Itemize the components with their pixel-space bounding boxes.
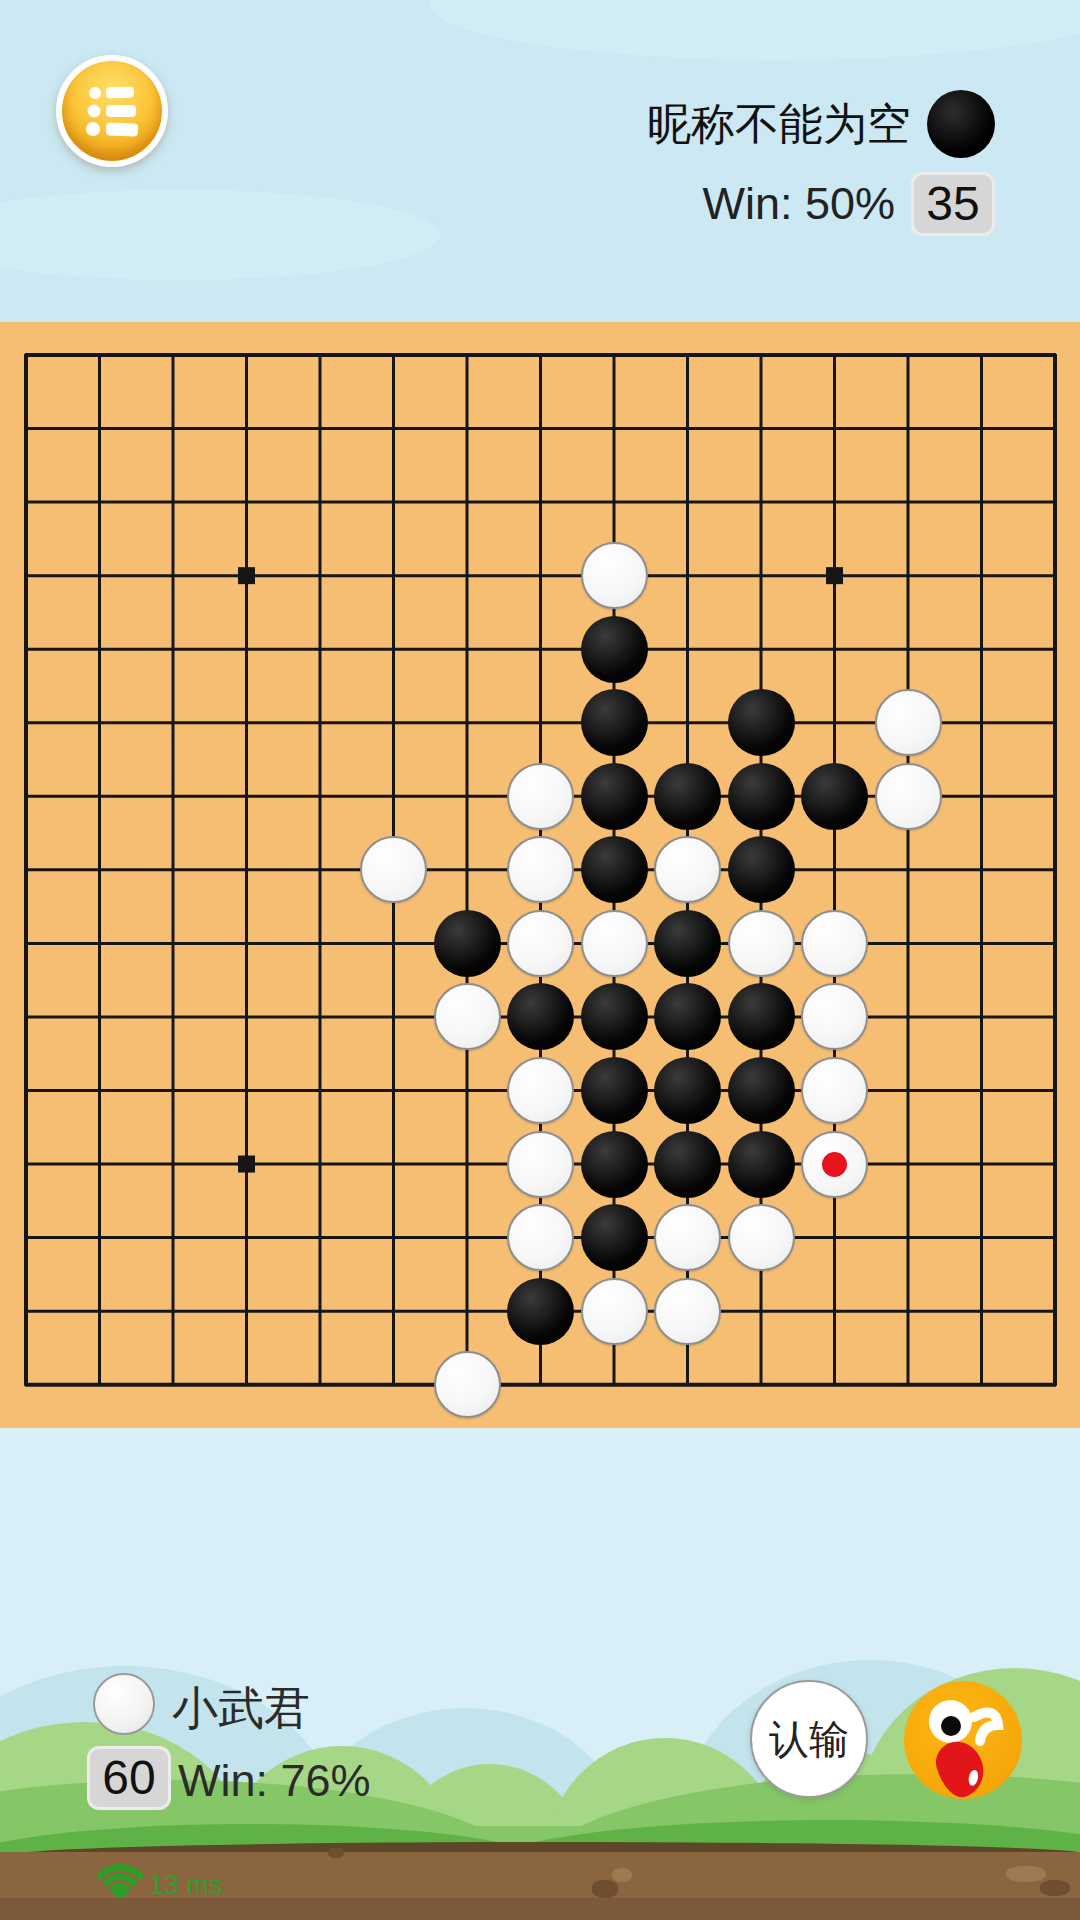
white-stone-c11-r8 xyxy=(801,910,868,977)
white-stone-c5-r7 xyxy=(360,836,427,903)
pebble xyxy=(1040,1880,1070,1896)
black-player-panel: 昵称不能为空 Win: 50% 35 xyxy=(647,90,995,236)
menu-button[interactable] xyxy=(56,55,168,167)
white-stone-c10-r8 xyxy=(728,910,795,977)
gomoku-board[interactable] xyxy=(0,322,1080,1428)
black-stone-c10-r6 xyxy=(728,763,795,830)
black-stone-c9-r9 xyxy=(654,983,721,1050)
cloud-decoration xyxy=(0,190,440,280)
black-stone-c8-r5 xyxy=(581,689,648,756)
resign-button[interactable]: 认输 xyxy=(750,1680,868,1798)
black-stone-c9-r8 xyxy=(654,910,721,977)
white-stone-c7-r10 xyxy=(507,1057,574,1124)
pebble xyxy=(592,1880,618,1898)
black-stone-c8-r11 xyxy=(581,1131,648,1198)
last-move-marker xyxy=(822,1152,847,1177)
list-menu-icon xyxy=(81,80,143,142)
black-stone-c10-r5 xyxy=(728,689,795,756)
black-player-time-badge: 35 xyxy=(911,172,995,236)
black-stone-c11-r6 xyxy=(801,763,868,830)
white-stone-c9-r7 xyxy=(654,836,721,903)
black-stone-avatar xyxy=(927,90,995,158)
white-player-time-badge: 60 xyxy=(87,1746,171,1810)
black-stone-c8-r6 xyxy=(581,763,648,830)
white-stone-c12-r5 xyxy=(875,689,942,756)
pebble xyxy=(1006,1866,1046,1882)
latency-label: 13 ms xyxy=(149,1870,223,1901)
white-stone-c7-r7 xyxy=(507,836,574,903)
white-stone-c7-r11 xyxy=(507,1131,574,1198)
black-stone-c8-r10 xyxy=(581,1057,648,1124)
soil-lower-band xyxy=(0,1898,1080,1920)
black-player-winrate: Win: 50% xyxy=(702,178,895,230)
white-stone-c12-r6 xyxy=(875,763,942,830)
black-stone-c9-r11 xyxy=(654,1131,721,1198)
white-stone-c10-r12 xyxy=(728,1204,795,1271)
white-stone-c7-r12 xyxy=(507,1204,574,1271)
black-stone-c9-r6 xyxy=(654,763,721,830)
resign-button-label: 认输 xyxy=(769,1712,849,1767)
cloud-decoration xyxy=(430,0,1080,60)
black-stone-c8-r7 xyxy=(581,836,648,903)
black-stone-c6-r8 xyxy=(434,910,501,977)
black-stone-c9-r10 xyxy=(654,1057,721,1124)
game-screen: 昵称不能为空 Win: 50% 35 xyxy=(0,0,1080,1920)
white-stone-c7-r6 xyxy=(507,763,574,830)
white-player-winrate: Win: 76% xyxy=(178,1755,371,1807)
bottom-scene: 小武君 60 Win: 76% 认输 xyxy=(0,1428,1080,1920)
star-point xyxy=(238,567,255,584)
white-stone-c6-r14 xyxy=(434,1351,501,1418)
white-stone-c8-r3 xyxy=(581,542,648,609)
pebble xyxy=(328,1848,344,1858)
network-status: 13 ms xyxy=(93,1849,223,1899)
pebble xyxy=(612,1868,632,1882)
black-stone-c10-r11 xyxy=(728,1131,795,1198)
black-stone-c7-r13 xyxy=(507,1278,574,1345)
black-stone-c10-r10 xyxy=(728,1057,795,1124)
black-stone-c8-r12 xyxy=(581,1204,648,1271)
black-stone-c8-r4 xyxy=(581,616,648,683)
black-stone-c7-r9 xyxy=(507,983,574,1050)
white-stone-c8-r8 xyxy=(581,910,648,977)
emoji-button[interactable] xyxy=(904,1681,1022,1799)
star-point xyxy=(826,567,843,584)
white-stone-c8-r13 xyxy=(581,1278,648,1345)
white-stone-c11-r10 xyxy=(801,1057,868,1124)
white-stone-avatar xyxy=(93,1673,155,1735)
white-stone-c9-r12 xyxy=(654,1204,721,1271)
white-player-name: 小武君 xyxy=(172,1678,310,1740)
black-stone-c10-r9 xyxy=(728,983,795,1050)
white-stone-c6-r9 xyxy=(434,983,501,1050)
white-stone-c11-r11 xyxy=(801,1131,868,1198)
black-player-name: 昵称不能为空 xyxy=(647,95,911,154)
white-stone-c11-r9 xyxy=(801,983,868,1050)
white-stone-c7-r8 xyxy=(507,910,574,977)
black-stone-c8-r9 xyxy=(581,983,648,1050)
wifi-icon xyxy=(93,1849,147,1899)
black-stone-c10-r7 xyxy=(728,836,795,903)
star-point xyxy=(238,1156,255,1173)
white-stone-c9-r13 xyxy=(654,1278,721,1345)
